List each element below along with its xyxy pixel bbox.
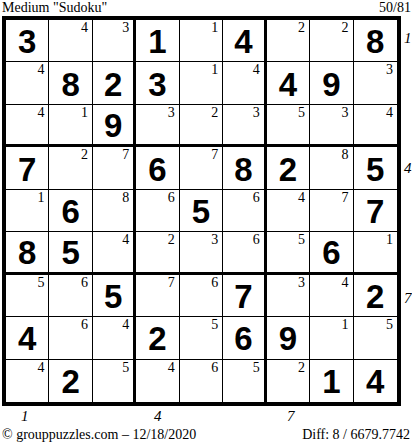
pencil-mark: 1 <box>81 105 88 121</box>
given-digit: 2 <box>366 280 384 313</box>
footer: © grouppuzzles.com – 12/18/2020 Diff: 8 … <box>2 427 410 443</box>
cell-r8c7[interactable]: 9 <box>267 317 310 359</box>
cell-r4c6[interactable]: 8 <box>223 147 266 189</box>
cell-r3c1[interactable]: 4 <box>6 105 49 147</box>
cell-r9c4[interactable]: 4 <box>136 360 179 402</box>
pencil-mark: 8 <box>342 147 349 163</box>
pencil-mark: 4 <box>37 360 44 376</box>
cell-r8c3[interactable]: 4 <box>93 317 136 359</box>
cell-r7c8[interactable]: 4 <box>310 275 353 317</box>
cell-r2c3[interactable]: 2 <box>93 62 136 104</box>
given-digit: 4 <box>279 68 297 101</box>
col-label-7: 7 <box>287 408 295 424</box>
given-digit: 8 <box>61 68 79 101</box>
cell-r1c1[interactable]: 3 <box>6 20 49 62</box>
given-digit: 2 <box>148 322 166 355</box>
pencil-mark: 3 <box>342 105 349 121</box>
col-label-4: 4 <box>154 408 162 424</box>
pencil-mark: 1 <box>211 20 218 36</box>
pencil-mark: 8 <box>122 190 129 206</box>
pencil-mark: 3 <box>298 275 305 291</box>
given-digit: 5 <box>366 153 384 186</box>
difficulty-text: Diff: 8 / 6679.7742 <box>302 427 410 443</box>
cell-r2c4[interactable]: 3 <box>136 62 179 104</box>
cell-r3c7[interactable]: 5 <box>267 105 310 147</box>
cell-r9c3[interactable]: 5 <box>93 360 136 402</box>
pencil-mark: 7 <box>342 190 349 206</box>
puzzle-page: Medium "Sudoku" 50/81 343114228482314493… <box>0 0 412 445</box>
cell-r8c8[interactable]: 1 <box>310 317 353 359</box>
cell-r9c8[interactable]: 1 <box>310 360 353 402</box>
given-digit: 8 <box>18 236 36 269</box>
pencil-mark: 4 <box>37 62 44 78</box>
cell-r9c5[interactable]: 6 <box>180 360 223 402</box>
cell-r2c9[interactable]: 3 <box>354 62 397 104</box>
cell-r2c8[interactable]: 9 <box>310 62 353 104</box>
cell-r5c1[interactable]: 1 <box>6 190 49 232</box>
cell-r1c9[interactable]: 8 <box>354 20 397 62</box>
copyright-text: © grouppuzzles.com – 12/18/2020 <box>2 427 196 443</box>
given-digit: 2 <box>61 365 79 398</box>
cell-r5c7[interactable]: 4 <box>267 190 310 232</box>
cell-r3c4[interactable]: 3 <box>136 105 179 147</box>
pencil-mark: 2 <box>81 147 88 163</box>
cell-r6c4[interactable]: 2 <box>136 232 179 274</box>
pencil-mark: 5 <box>122 360 129 376</box>
pencil-mark: 6 <box>253 232 260 248</box>
given-digit: 7 <box>18 153 36 186</box>
cell-r1c2[interactable]: 4 <box>49 20 92 62</box>
cell-r1c5[interactable]: 1 <box>180 20 223 62</box>
pencil-mark: 4 <box>81 20 88 36</box>
cell-r6c6[interactable]: 6 <box>223 232 266 274</box>
cell-r1c6[interactable]: 4 <box>223 20 266 62</box>
cell-r4c2[interactable]: 2 <box>49 147 92 189</box>
pencil-mark: 3 <box>253 105 260 121</box>
pencil-mark: 4 <box>168 360 175 376</box>
given-digit: 8 <box>366 25 384 58</box>
pencil-mark: 6 <box>211 360 218 376</box>
given-digit: 6 <box>234 322 252 355</box>
cell-r1c3[interactable]: 3 <box>93 20 136 62</box>
cell-r7c7[interactable]: 3 <box>267 275 310 317</box>
cell-r1c4[interactable]: 1 <box>136 20 179 62</box>
cell-r2c2[interactable]: 8 <box>49 62 92 104</box>
pencil-mark: 2 <box>298 360 305 376</box>
cell-r9c7[interactable]: 2 <box>267 360 310 402</box>
row-label-4: 4 <box>404 160 412 176</box>
pencil-mark: 7 <box>168 275 175 291</box>
cell-r5c3[interactable]: 8 <box>93 190 136 232</box>
given-digit: 7 <box>366 195 384 228</box>
pencil-mark: 3 <box>122 20 129 36</box>
cell-r8c6[interactable]: 6 <box>223 317 266 359</box>
pencil-mark: 5 <box>211 317 218 333</box>
cell-r2c7[interactable]: 4 <box>267 62 310 104</box>
given-digit: 3 <box>148 68 166 101</box>
cell-r9c9[interactable]: 4 <box>354 360 397 402</box>
given-digit: 2 <box>104 68 122 101</box>
cell-r6c3[interactable]: 4 <box>93 232 136 274</box>
given-digit: 6 <box>148 153 166 186</box>
pencil-mark: 4 <box>37 105 44 121</box>
cell-r5c5[interactable]: 5 <box>180 190 223 232</box>
pencil-mark: 4 <box>386 105 393 121</box>
cell-r8c5[interactable]: 5 <box>180 317 223 359</box>
cell-r9c6[interactable]: 5 <box>223 360 266 402</box>
given-digit: 3 <box>18 25 36 58</box>
pencil-mark: 7 <box>211 147 218 163</box>
cell-r2c5[interactable]: 1 <box>180 62 223 104</box>
cell-r8c1[interactable]: 4 <box>6 317 49 359</box>
page-title: Medium "Sudoku" <box>2 0 107 16</box>
given-digit: 5 <box>104 280 122 313</box>
cell-r6c7[interactable]: 5 <box>267 232 310 274</box>
given-digit: 5 <box>192 195 210 228</box>
pencil-mark: 1 <box>386 232 393 248</box>
cell-r7c1[interactable]: 5 <box>6 275 49 317</box>
cell-r3c3[interactable]: 9 <box>93 105 136 147</box>
given-digit: 2 <box>279 153 297 186</box>
cell-r5c8[interactable]: 7 <box>310 190 353 232</box>
cell-r4c7[interactable]: 2 <box>267 147 310 189</box>
pencil-mark: 6 <box>211 275 218 291</box>
cell-r5c6[interactable]: 6 <box>223 190 266 232</box>
pencil-mark: 2 <box>342 20 349 36</box>
cell-r7c5[interactable]: 6 <box>180 275 223 317</box>
pencil-mark: 3 <box>386 62 393 78</box>
pencil-mark: 4 <box>122 232 129 248</box>
pencil-mark: 6 <box>168 190 175 206</box>
row-label-1: 1 <box>404 30 412 46</box>
cell-r7c3[interactable]: 5 <box>93 275 136 317</box>
given-digit: 1 <box>148 25 166 58</box>
cell-r8c4[interactable]: 2 <box>136 317 179 359</box>
pencil-mark: 4 <box>298 190 305 206</box>
pencil-mark: 1 <box>37 190 44 206</box>
cell-r3c8[interactable]: 3 <box>310 105 353 147</box>
cell-r4c8[interactable]: 8 <box>310 147 353 189</box>
cell-r5c9[interactable]: 7 <box>354 190 397 232</box>
cell-r3c9[interactable]: 4 <box>354 105 397 147</box>
sudoku-board: 3431142284823144934193235347276782851686… <box>2 16 401 406</box>
pencil-mark: 2 <box>211 105 218 121</box>
given-digit: 1 <box>322 365 340 398</box>
pencil-mark: 4 <box>342 275 349 291</box>
cell-r4c4[interactable]: 6 <box>136 147 179 189</box>
pencil-mark: 5 <box>298 232 305 248</box>
pencil-mark: 5 <box>37 275 44 291</box>
pencil-mark: 7 <box>122 147 129 163</box>
pencil-mark: 3 <box>168 105 175 121</box>
page-indicator: 50/81 <box>379 0 411 16</box>
pencil-mark: 5 <box>253 360 260 376</box>
cell-r7c6[interactable]: 7 <box>223 275 266 317</box>
cell-r7c2[interactable]: 6 <box>49 275 92 317</box>
given-digit: 4 <box>234 25 252 58</box>
pencil-mark: 1 <box>211 62 218 78</box>
pencil-mark: 1 <box>342 317 349 333</box>
cell-r9c2[interactable]: 2 <box>49 360 92 402</box>
cell-r3c2[interactable]: 1 <box>49 105 92 147</box>
cell-r4c5[interactable]: 7 <box>180 147 223 189</box>
cell-r2c1[interactable]: 4 <box>6 62 49 104</box>
pencil-mark: 6 <box>81 317 88 333</box>
col-label-1: 1 <box>21 408 29 424</box>
cell-r6c1[interactable]: 8 <box>6 232 49 274</box>
pencil-mark: 5 <box>298 105 305 121</box>
given-digit: 8 <box>234 153 252 186</box>
given-digit: 7 <box>234 280 252 313</box>
cell-r2c6[interactable]: 4 <box>223 62 266 104</box>
pencil-mark: 3 <box>211 232 218 248</box>
pencil-mark: 5 <box>386 317 393 333</box>
cell-r4c3[interactable]: 7 <box>93 147 136 189</box>
pencil-mark: 2 <box>168 232 175 248</box>
pencil-mark: 6 <box>81 275 88 291</box>
cell-r7c4[interactable]: 7 <box>136 275 179 317</box>
cell-r6c2[interactable]: 5 <box>49 232 92 274</box>
cell-r1c8[interactable]: 2 <box>310 20 353 62</box>
cell-r9c1[interactable]: 4 <box>6 360 49 402</box>
cell-r5c4[interactable]: 6 <box>136 190 179 232</box>
given-digit: 5 <box>61 236 79 269</box>
cell-r1c7[interactable]: 2 <box>267 20 310 62</box>
row-label-7: 7 <box>404 290 412 306</box>
given-digit: 6 <box>61 195 79 228</box>
given-digit: 9 <box>104 109 122 142</box>
cell-r8c2[interactable]: 6 <box>49 317 92 359</box>
pencil-mark: 4 <box>253 62 260 78</box>
cell-r6c8[interactable]: 6 <box>310 232 353 274</box>
cell-r4c9[interactable]: 5 <box>354 147 397 189</box>
given-digit: 4 <box>366 365 384 398</box>
cell-r5c2[interactable]: 6 <box>49 190 92 232</box>
given-digit: 6 <box>322 236 340 269</box>
pencil-mark: 2 <box>298 20 305 36</box>
cell-r6c5[interactable]: 3 <box>180 232 223 274</box>
cell-r3c5[interactable]: 2 <box>180 105 223 147</box>
pencil-mark: 4 <box>122 317 129 333</box>
pencil-mark: 6 <box>253 190 260 206</box>
cell-r7c9[interactable]: 2 <box>354 275 397 317</box>
cell-r3c6[interactable]: 3 <box>223 105 266 147</box>
given-digit: 9 <box>322 68 340 101</box>
cell-r4c1[interactable]: 7 <box>6 147 49 189</box>
given-digit: 4 <box>18 322 36 355</box>
cell-r8c9[interactable]: 5 <box>354 317 397 359</box>
given-digit: 9 <box>279 322 297 355</box>
cell-r6c9[interactable]: 1 <box>354 232 397 274</box>
